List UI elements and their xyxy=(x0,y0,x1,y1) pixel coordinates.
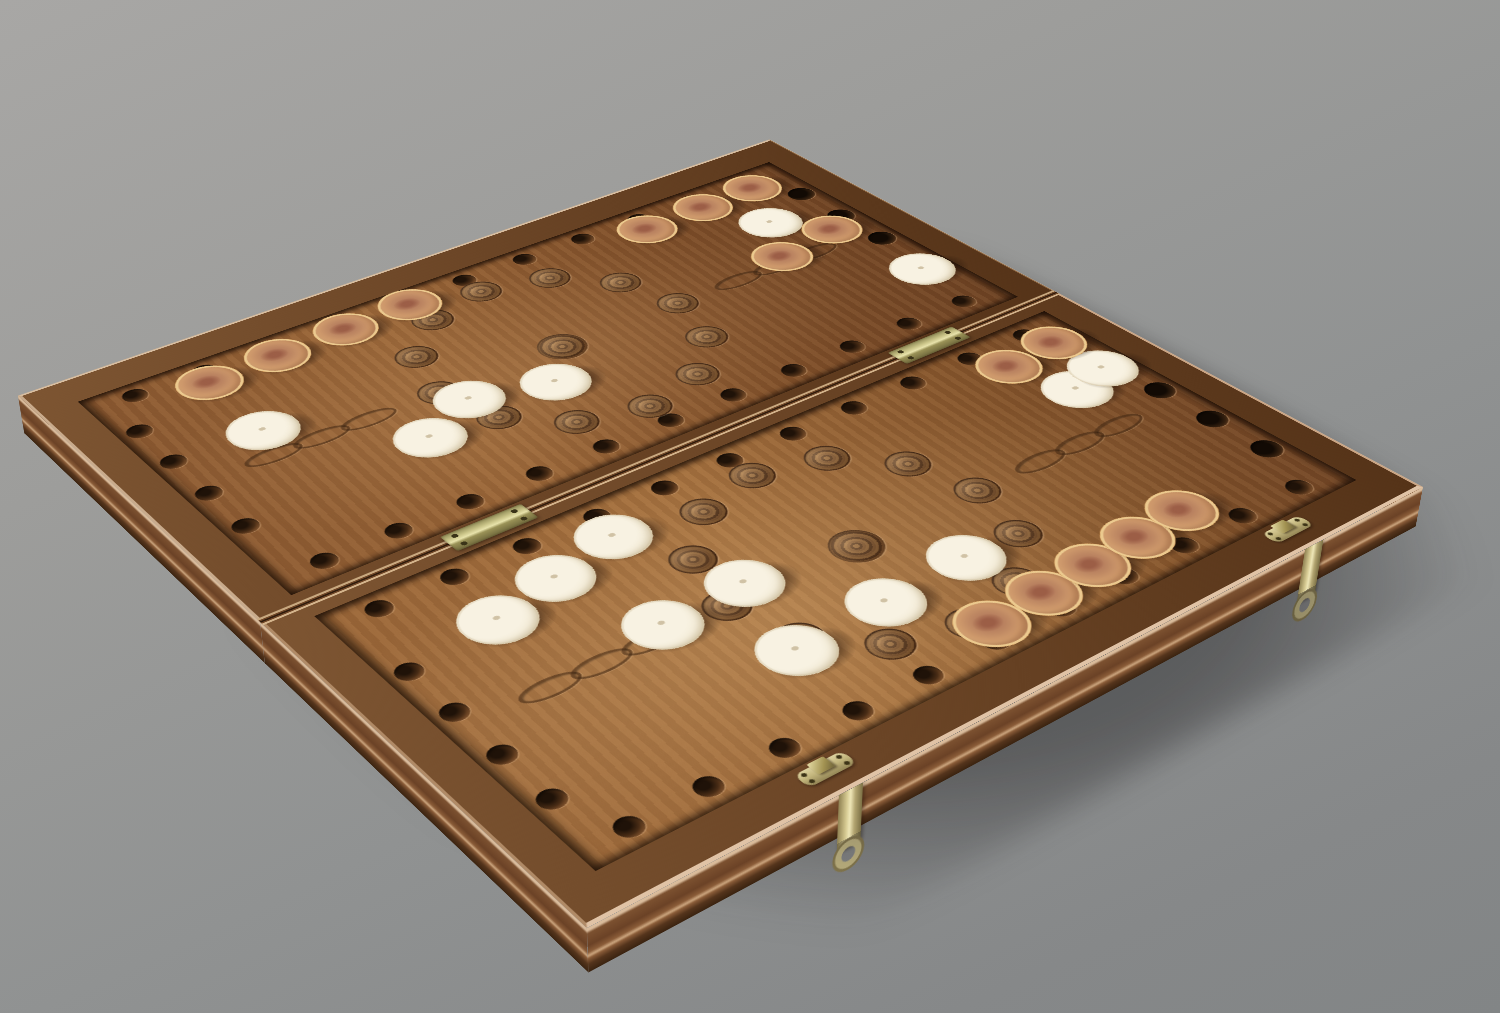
backgammon-board xyxy=(18,140,1423,929)
studio-backdrop xyxy=(0,0,1500,1013)
